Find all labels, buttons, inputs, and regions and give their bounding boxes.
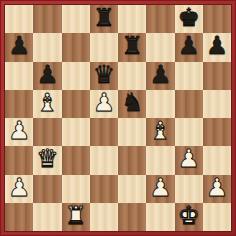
chess-board: ♜♚♟♜♟♟♟♛♟♝♟♞♟♝♛♟♟♟♟♜♚ [5, 5, 231, 231]
white-rook-c1: ♜ [64, 203, 86, 230]
square-b4[interactable] [33, 118, 61, 146]
square-g5[interactable] [175, 90, 203, 118]
square-f5[interactable] [146, 90, 174, 118]
square-a3[interactable] [5, 146, 33, 174]
white-bishop-f4: ♝ [149, 118, 171, 145]
square-c2[interactable] [62, 175, 90, 203]
black-king-g8: ♚ [177, 5, 199, 32]
square-d1[interactable] [90, 203, 118, 231]
square-d2[interactable] [90, 175, 118, 203]
square-h2[interactable]: ♟ [203, 175, 231, 203]
square-e2[interactable] [118, 175, 146, 203]
square-f4[interactable]: ♝ [146, 118, 174, 146]
square-f1[interactable] [146, 203, 174, 231]
square-b6[interactable]: ♟ [33, 62, 61, 90]
square-a6[interactable] [5, 62, 33, 90]
square-a2[interactable]: ♟ [5, 175, 33, 203]
square-d3[interactable] [90, 146, 118, 174]
square-c1[interactable]: ♜ [62, 203, 90, 231]
black-rook-d8: ♜ [93, 5, 115, 32]
white-pawn-a2: ♟ [8, 175, 30, 202]
square-c4[interactable] [62, 118, 90, 146]
square-g4[interactable] [175, 118, 203, 146]
white-bishop-b5: ♝ [36, 90, 58, 117]
square-e4[interactable] [118, 118, 146, 146]
square-h3[interactable] [203, 146, 231, 174]
square-g3[interactable]: ♟ [175, 146, 203, 174]
black-pawn-a7: ♟ [8, 33, 30, 60]
square-f7[interactable] [146, 33, 174, 61]
black-pawn-g7: ♟ [177, 33, 199, 60]
square-e7[interactable]: ♜ [118, 33, 146, 61]
black-pawn-f6: ♟ [149, 62, 171, 89]
square-e5[interactable]: ♞ [118, 90, 146, 118]
square-a4[interactable]: ♟ [5, 118, 33, 146]
square-c7[interactable] [62, 33, 90, 61]
square-c3[interactable] [62, 146, 90, 174]
square-b7[interactable] [33, 33, 61, 61]
square-b5[interactable]: ♝ [33, 90, 61, 118]
square-g2[interactable] [175, 175, 203, 203]
white-pawn-g3: ♟ [177, 146, 199, 173]
square-f3[interactable] [146, 146, 174, 174]
square-h1[interactable] [203, 203, 231, 231]
square-d7[interactable] [90, 33, 118, 61]
square-f8[interactable] [146, 5, 174, 33]
square-a5[interactable] [5, 90, 33, 118]
black-pawn-h7: ♟ [206, 33, 228, 60]
square-c6[interactable] [62, 62, 90, 90]
square-e1[interactable] [118, 203, 146, 231]
square-h6[interactable] [203, 62, 231, 90]
square-h7[interactable]: ♟ [203, 33, 231, 61]
square-a7[interactable]: ♟ [5, 33, 33, 61]
white-pawn-h2: ♟ [206, 175, 228, 202]
square-a1[interactable] [5, 203, 33, 231]
square-c8[interactable] [62, 5, 90, 33]
square-g6[interactable] [175, 62, 203, 90]
square-d8[interactable]: ♜ [90, 5, 118, 33]
board-frame: ♜♚♟♜♟♟♟♛♟♝♟♞♟♝♛♟♟♟♟♜♚ [0, 0, 236, 236]
square-h4[interactable] [203, 118, 231, 146]
square-b2[interactable] [33, 175, 61, 203]
square-f6[interactable]: ♟ [146, 62, 174, 90]
square-a8[interactable] [5, 5, 33, 33]
black-rook-e7: ♜ [121, 33, 143, 60]
black-pawn-b6: ♟ [36, 62, 58, 89]
square-c5[interactable] [62, 90, 90, 118]
black-queen-d6: ♛ [93, 62, 115, 89]
square-b8[interactable] [33, 5, 61, 33]
square-g1[interactable]: ♚ [175, 203, 203, 231]
square-g8[interactable]: ♚ [175, 5, 203, 33]
white-pawn-a4: ♟ [8, 118, 30, 145]
square-f2[interactable]: ♟ [146, 175, 174, 203]
square-d4[interactable] [90, 118, 118, 146]
square-e8[interactable] [118, 5, 146, 33]
square-h5[interactable] [203, 90, 231, 118]
square-d5[interactable]: ♟ [90, 90, 118, 118]
black-knight-e5: ♞ [121, 90, 143, 117]
square-h8[interactable] [203, 5, 231, 33]
square-g7[interactable]: ♟ [175, 33, 203, 61]
square-b3[interactable]: ♛ [33, 146, 61, 174]
white-pawn-f2: ♟ [149, 175, 171, 202]
square-e3[interactable] [118, 146, 146, 174]
square-d6[interactable]: ♛ [90, 62, 118, 90]
white-pawn-d5: ♟ [93, 90, 115, 117]
square-e6[interactable] [118, 62, 146, 90]
white-queen-b3: ♛ [36, 146, 58, 173]
square-b1[interactable] [33, 203, 61, 231]
white-king-g1: ♚ [177, 203, 199, 230]
